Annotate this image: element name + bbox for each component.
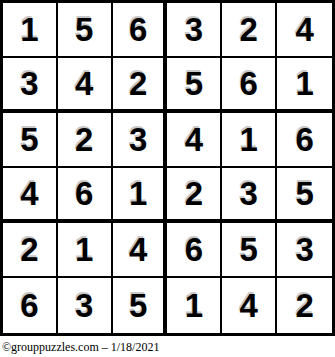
cell-r2c2[interactable]: 4 (58, 58, 113, 113)
cell-r2c4[interactable]: 5 (167, 58, 222, 113)
cell-r2c5[interactable]: 6 (222, 58, 277, 113)
cell-r1c5[interactable]: 2 (222, 3, 277, 58)
cell-r3c3[interactable]: 3 (113, 113, 168, 168)
cell-r2c1[interactable]: 3 (3, 58, 58, 113)
cell-r1c4[interactable]: 3 (167, 3, 222, 58)
cell-r3c4[interactable]: 4 (167, 113, 222, 168)
cell-r1c1[interactable]: 1 (3, 3, 58, 58)
cell-r3c2[interactable]: 2 (58, 113, 113, 168)
cell-r1c3[interactable]: 6 (113, 3, 168, 58)
cell-r5c2[interactable]: 1 (58, 223, 113, 278)
cell-r4c6[interactable]: 5 (277, 168, 332, 223)
cell-r5c4[interactable]: 6 (167, 223, 222, 278)
cell-r6c2[interactable]: 3 (58, 278, 113, 333)
cell-r1c2[interactable]: 5 (58, 3, 113, 58)
cell-r6c5[interactable]: 4 (222, 278, 277, 333)
cell-r6c4[interactable]: 1 (167, 278, 222, 333)
sudoku-board: 156324342561523416461235214653635142 (0, 0, 335, 336)
cell-r3c1[interactable]: 5 (3, 113, 58, 168)
cell-r3c6[interactable]: 6 (277, 113, 332, 168)
cell-r2c3[interactable]: 2 (113, 58, 168, 113)
cell-r2c6[interactable]: 1 (277, 58, 332, 113)
cell-r4c3[interactable]: 1 (113, 168, 168, 223)
cell-r4c1[interactable]: 4 (3, 168, 58, 223)
cell-r5c6[interactable]: 3 (277, 223, 332, 278)
cell-r6c3[interactable]: 5 (113, 278, 168, 333)
cell-r6c1[interactable]: 6 (3, 278, 58, 333)
cell-r3c5[interactable]: 1 (222, 113, 277, 168)
cell-r5c5[interactable]: 5 (222, 223, 277, 278)
cell-r4c5[interactable]: 3 (222, 168, 277, 223)
cell-r4c4[interactable]: 2 (167, 168, 222, 223)
cell-r6c6[interactable]: 2 (277, 278, 332, 333)
cell-r5c1[interactable]: 2 (3, 223, 58, 278)
copyright-credit: ©grouppuzzles.com – 1/18/2021 (2, 340, 335, 355)
cell-r5c3[interactable]: 4 (113, 223, 168, 278)
cell-r4c2[interactable]: 6 (58, 168, 113, 223)
cell-r1c6[interactable]: 4 (277, 3, 332, 58)
